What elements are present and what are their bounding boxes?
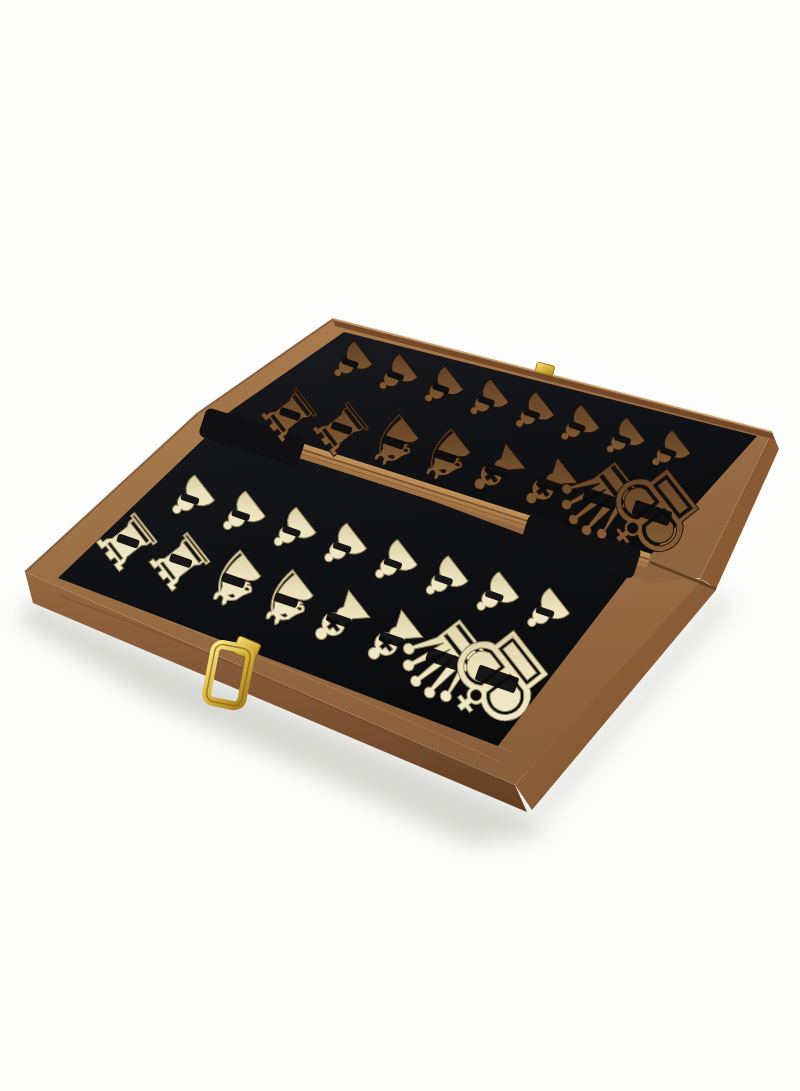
product-photo-chess-box: ♟♟♟♟♟♟♟♟♜♜♞♞♝♝♛♚♟♟♟♟♟♟♟♟♜♜♞♞♝♝♛♚ <box>0 0 800 1091</box>
